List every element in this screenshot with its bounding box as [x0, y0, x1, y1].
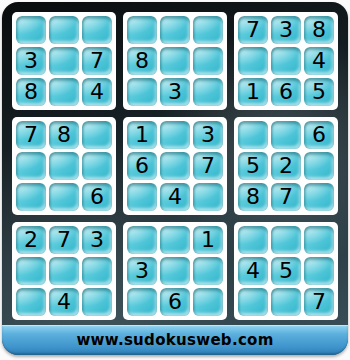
sudoku-board: 378483738416578613674652872734136457: [2, 2, 348, 320]
block-r1c2: 83: [123, 12, 227, 110]
cell-r8c1[interactable]: [16, 257, 46, 285]
cell-r2c9[interactable]: 4: [304, 47, 334, 75]
cell-r9c3[interactable]: [82, 288, 112, 316]
cell-r1c7[interactable]: 7: [238, 16, 268, 44]
cell-r5c9[interactable]: [304, 152, 334, 180]
cell-r9c4[interactable]: [127, 288, 157, 316]
cell-r5c7[interactable]: 5: [238, 152, 268, 180]
cell-r5c3[interactable]: [82, 152, 112, 180]
block-r2c3: 65287: [234, 117, 338, 215]
cell-r4c3[interactable]: [82, 121, 112, 149]
cell-r5c6[interactable]: 7: [193, 152, 223, 180]
cell-r8c8[interactable]: 5: [271, 257, 301, 285]
cell-r1c9[interactable]: 8: [304, 16, 334, 44]
block-r1c3: 7384165: [234, 12, 338, 110]
site-url[interactable]: www.sudokusweb.com: [76, 331, 273, 349]
cell-r6c2[interactable]: [49, 183, 79, 211]
cell-r2c3[interactable]: 7: [82, 47, 112, 75]
cell-r9c7[interactable]: [238, 288, 268, 316]
cell-r5c2[interactable]: [49, 152, 79, 180]
cell-r3c9[interactable]: 5: [304, 78, 334, 106]
cell-r5c5[interactable]: [160, 152, 190, 180]
block-r3c2: 136: [123, 222, 227, 320]
cell-r6c7[interactable]: 8: [238, 183, 268, 211]
block-r2c2: 13674: [123, 117, 227, 215]
cell-r9c1[interactable]: [16, 288, 46, 316]
cell-r5c1[interactable]: [16, 152, 46, 180]
block-r2c1: 786: [12, 117, 116, 215]
cell-r7c9[interactable]: [304, 226, 334, 254]
cell-r7c8[interactable]: [271, 226, 301, 254]
cell-r1c3[interactable]: [82, 16, 112, 44]
cell-r3c3[interactable]: 4: [82, 78, 112, 106]
cell-r4c7[interactable]: [238, 121, 268, 149]
cell-r8c7[interactable]: 4: [238, 257, 268, 285]
cell-r1c5[interactable]: [160, 16, 190, 44]
cell-r5c8[interactable]: 2: [271, 152, 301, 180]
cell-r9c9[interactable]: 7: [304, 288, 334, 316]
cell-r7c3[interactable]: 3: [82, 226, 112, 254]
cell-r7c2[interactable]: 7: [49, 226, 79, 254]
cell-r9c5[interactable]: 6: [160, 288, 190, 316]
block-r3c3: 457: [234, 222, 338, 320]
cell-r3c5[interactable]: 3: [160, 78, 190, 106]
cell-r6c6[interactable]: [193, 183, 223, 211]
cell-r6c5[interactable]: 4: [160, 183, 190, 211]
cell-r9c8[interactable]: [271, 288, 301, 316]
cell-r8c2[interactable]: [49, 257, 79, 285]
footer-bar: www.sudokusweb.com: [2, 325, 348, 355]
cell-r1c8[interactable]: 3: [271, 16, 301, 44]
sudoku-page: 378483738416578613674652872734136457 www…: [0, 0, 350, 360]
cell-r2c1[interactable]: 3: [16, 47, 46, 75]
cell-r8c5[interactable]: [160, 257, 190, 285]
cell-r3c6[interactable]: [193, 78, 223, 106]
cell-r4c6[interactable]: 3: [193, 121, 223, 149]
cell-r8c9[interactable]: [304, 257, 334, 285]
board-frame: 378483738416578613674652872734136457 www…: [2, 2, 348, 355]
cell-r4c9[interactable]: 6: [304, 121, 334, 149]
cell-r3c4[interactable]: [127, 78, 157, 106]
block-r1c1: 3784: [12, 12, 116, 110]
cell-r3c7[interactable]: 1: [238, 78, 268, 106]
cell-r8c6[interactable]: [193, 257, 223, 285]
cell-r4c1[interactable]: 7: [16, 121, 46, 149]
cell-r4c2[interactable]: 8: [49, 121, 79, 149]
cell-r7c6[interactable]: 1: [193, 226, 223, 254]
cell-r2c8[interactable]: [271, 47, 301, 75]
cell-r2c5[interactable]: [160, 47, 190, 75]
cell-r3c2[interactable]: [49, 78, 79, 106]
cell-r6c4[interactable]: [127, 183, 157, 211]
cell-r2c6[interactable]: [193, 47, 223, 75]
cell-r4c5[interactable]: [160, 121, 190, 149]
cell-r6c8[interactable]: 7: [271, 183, 301, 211]
cell-r4c8[interactable]: [271, 121, 301, 149]
cell-r6c9[interactable]: [304, 183, 334, 211]
cell-r9c2[interactable]: 4: [49, 288, 79, 316]
cell-r6c1[interactable]: [16, 183, 46, 211]
cell-r4c4[interactable]: 1: [127, 121, 157, 149]
cell-r5c4[interactable]: 6: [127, 152, 157, 180]
cell-r1c6[interactable]: [193, 16, 223, 44]
cell-r1c4[interactable]: [127, 16, 157, 44]
cell-r2c7[interactable]: [238, 47, 268, 75]
cell-r7c7[interactable]: [238, 226, 268, 254]
cell-r2c2[interactable]: [49, 47, 79, 75]
cell-r3c8[interactable]: 6: [271, 78, 301, 106]
cell-r8c3[interactable]: [82, 257, 112, 285]
cell-r1c2[interactable]: [49, 16, 79, 44]
cell-r3c1[interactable]: 8: [16, 78, 46, 106]
cell-r7c4[interactable]: [127, 226, 157, 254]
cell-r1c1[interactable]: [16, 16, 46, 44]
cell-r6c3[interactable]: 6: [82, 183, 112, 211]
cell-r2c4[interactable]: 8: [127, 47, 157, 75]
cell-r9c6[interactable]: [193, 288, 223, 316]
block-r3c1: 2734: [12, 222, 116, 320]
cell-r8c4[interactable]: 3: [127, 257, 157, 285]
cell-r7c5[interactable]: [160, 226, 190, 254]
cell-r7c1[interactable]: 2: [16, 226, 46, 254]
